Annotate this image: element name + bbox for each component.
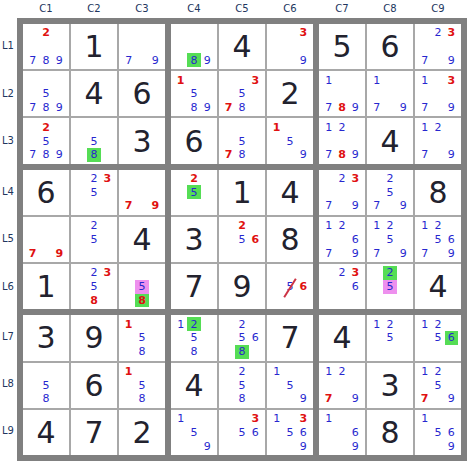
cell-L9C7[interactable]: 169 <box>319 410 365 455</box>
cell-L5C7[interactable]: 12679 <box>319 217 365 262</box>
cell-L3C1[interactable]: 25789 <box>23 118 69 163</box>
empty-candidate-slot <box>39 365 52 379</box>
solved-digit: 1 <box>219 170 265 215</box>
candidate-8: 8 <box>335 148 348 162</box>
empty-candidate-slot <box>87 246 100 260</box>
cell-L8C5[interactable]: 258 <box>219 363 265 408</box>
cell-L4C6[interactable]: 4 <box>267 170 313 215</box>
empty-candidate-slot <box>249 134 262 148</box>
cell-L3C7[interactable]: 12789 <box>319 118 365 163</box>
candidate-6: 6 <box>445 426 458 440</box>
candidate-5: 5 <box>235 134 248 148</box>
empty-candidate-slot <box>74 172 87 186</box>
cell-L1C7[interactable]: 5 <box>319 24 365 69</box>
empty-candidate-slot <box>397 185 410 199</box>
candidate-9: 9 <box>397 246 410 260</box>
empty-candidate-slot <box>270 148 283 162</box>
cell-L7C5[interactable]: 2568 <box>219 315 265 360</box>
empty-candidate-slot <box>322 439 335 453</box>
empty-candidate-slot <box>174 185 187 199</box>
candidate-5: 5 <box>235 87 248 101</box>
cell-L8C4[interactable]: 4 <box>171 363 217 408</box>
candidate-grid: 79 <box>119 24 165 69</box>
cell-L9C6[interactable]: 13569 <box>267 410 313 455</box>
candidate-6: 6 <box>249 331 262 345</box>
candidate-9: 9 <box>201 101 214 115</box>
empty-candidate-slot <box>283 40 296 54</box>
candidate-9: 9 <box>149 199 162 213</box>
cell-L2C2[interactable]: 4 <box>71 71 117 116</box>
cell-L2C9[interactable]: 1379 <box>415 71 461 116</box>
cell-L6C2[interactable]: 2358 <box>71 264 117 309</box>
cell-L7C8[interactable]: 125 <box>367 315 413 360</box>
candidate-9: 9 <box>297 392 310 406</box>
candidate-8: 8 <box>135 294 148 308</box>
candidate-2: 2 <box>431 317 444 331</box>
empty-candidate-slot <box>249 392 262 406</box>
box-4: 623579792541235858 <box>23 170 165 310</box>
cell-L5C4[interactable]: 3 <box>171 217 217 262</box>
cell-L7C9[interactable]: 1256 <box>415 315 461 360</box>
cell-L1C9[interactable]: 2379 <box>415 24 461 69</box>
solved-digit: 8 <box>267 217 313 262</box>
empty-candidate-slot <box>149 40 162 54</box>
cell-L6C9[interactable]: 4 <box>415 264 461 309</box>
empty-candidate-slot <box>349 120 362 134</box>
candidate-9: 9 <box>445 101 458 115</box>
empty-candidate-slot <box>249 101 262 115</box>
empty-candidate-slot <box>101 134 114 148</box>
cell-L4C7[interactable]: 2379 <box>319 170 365 215</box>
cell-L1C1[interactable]: 2789 <box>23 24 69 69</box>
cell-L5C6[interactable]: 8 <box>267 217 313 262</box>
empty-candidate-slot <box>322 185 335 199</box>
row-label-L3: L3 <box>0 134 16 148</box>
candidate-grid: 25 <box>71 217 117 262</box>
solved-digit: 4 <box>219 24 265 69</box>
cell-L6C1[interactable]: 1 <box>23 264 69 309</box>
cell-L1C4[interactable]: 89 <box>171 24 217 69</box>
candidate-9: 9 <box>445 53 458 67</box>
empty-candidate-slot <box>149 345 162 359</box>
cell-L7C2[interactable]: 9 <box>71 315 117 360</box>
empty-candidate-slot <box>122 40 135 54</box>
empty-candidate-slot <box>335 392 348 406</box>
empty-candidate-slot <box>283 148 296 162</box>
cell-L6C8[interactable]: 25 <box>367 264 413 309</box>
candidate-8: 8 <box>235 101 248 115</box>
empty-candidate-slot <box>135 317 148 331</box>
empty-candidate-slot <box>187 199 200 213</box>
cell-L7C3[interactable]: 158 <box>119 315 165 360</box>
empty-candidate-slot <box>222 73 235 87</box>
empty-candidate-slot <box>431 40 444 54</box>
row-label-L2: L2 <box>0 87 16 101</box>
candidate-2: 2 <box>383 266 396 280</box>
cell-L8C2[interactable]: 6 <box>71 363 117 408</box>
candidate-grid: 578 <box>219 118 265 163</box>
empty-candidate-slot <box>174 53 187 67</box>
candidate-7: 7 <box>222 101 235 115</box>
column-label-C3: C3 <box>128 2 156 16</box>
empty-candidate-slot <box>349 412 362 426</box>
empty-candidate-slot <box>370 185 383 199</box>
candidate-7: 7 <box>322 392 335 406</box>
candidate-grid: 179 <box>367 71 413 116</box>
empty-candidate-slot <box>297 378 310 392</box>
empty-candidate-slot <box>270 426 283 440</box>
candidate-2: 2 <box>383 317 396 331</box>
solved-digit: 4 <box>367 118 413 163</box>
empty-candidate-slot <box>26 87 39 101</box>
cell-L3C2[interactable]: 58 <box>71 118 117 163</box>
empty-candidate-slot <box>249 87 262 101</box>
candidate-grid: 12579 <box>367 217 413 262</box>
candidate-2: 2 <box>431 26 444 40</box>
empty-candidate-slot <box>335 134 348 148</box>
candidate-9: 9 <box>445 439 458 453</box>
candidate-5: 5 <box>383 331 396 345</box>
candidate-grid: 12679 <box>319 217 365 262</box>
empty-candidate-slot <box>122 266 135 280</box>
empty-candidate-slot <box>74 294 87 308</box>
row-label-L1: L1 <box>0 39 16 53</box>
empty-candidate-slot <box>149 26 162 40</box>
empty-candidate-slot <box>53 40 66 54</box>
empty-candidate-slot <box>53 392 66 406</box>
cell-L1C5[interactable]: 4 <box>219 24 265 69</box>
empty-candidate-slot <box>87 120 100 134</box>
solved-digit: 3 <box>367 363 413 408</box>
empty-candidate-slot <box>270 26 283 40</box>
empty-candidate-slot <box>418 378 431 392</box>
empty-candidate-slot <box>222 365 235 379</box>
candidate-5: 5 <box>283 134 296 148</box>
cell-L6C4[interactable]: 7 <box>171 264 217 309</box>
empty-candidate-slot <box>249 439 262 453</box>
candidate-grid: 3578 <box>219 71 265 116</box>
candidate-grid: 1379 <box>415 71 461 116</box>
candidate-2: 2 <box>235 317 248 331</box>
candidate-5: 5 <box>39 134 52 148</box>
candidate-6: 6 <box>249 426 262 440</box>
candidate-3: 3 <box>349 266 362 280</box>
empty-candidate-slot <box>349 87 362 101</box>
cell-L1C8[interactable]: 6 <box>367 24 413 69</box>
cell-L8C7[interactable]: 1279 <box>319 363 365 408</box>
candidate-8: 8 <box>235 345 248 359</box>
cell-L9C1[interactable]: 4 <box>23 410 69 455</box>
candidate-grid: 79 <box>119 170 165 215</box>
empty-candidate-slot <box>335 73 348 87</box>
cell-L7C1[interactable]: 3 <box>23 315 69 360</box>
empty-candidate-slot <box>222 134 235 148</box>
empty-candidate-slot <box>174 40 187 54</box>
candidate-1: 1 <box>418 365 431 379</box>
solved-digit: 3 <box>119 118 165 163</box>
empty-candidate-slot <box>235 246 248 260</box>
empty-candidate-slot <box>418 26 431 40</box>
solved-digit: 6 <box>71 363 117 408</box>
empty-candidate-slot <box>235 439 248 453</box>
cell-L9C2[interactable]: 7 <box>71 410 117 455</box>
empty-candidate-slot <box>431 134 444 148</box>
empty-candidate-slot <box>135 172 148 186</box>
solved-digit: 2 <box>267 71 313 116</box>
empty-candidate-slot <box>74 233 87 247</box>
cell-L4C1[interactable]: 6 <box>23 170 69 215</box>
candidate-9: 9 <box>397 199 410 213</box>
cell-L6C6[interactable]: 56 <box>267 264 313 309</box>
candidate-5: 5 <box>135 331 148 345</box>
candidate-9: 9 <box>201 53 214 67</box>
empty-candidate-slot <box>201 172 214 186</box>
candidate-8: 8 <box>39 53 52 67</box>
candidate-1: 1 <box>418 73 431 87</box>
empty-candidate-slot <box>335 378 348 392</box>
candidate-7: 7 <box>26 148 39 162</box>
box-2: 894391589357826578159 <box>171 24 313 164</box>
cell-L3C5[interactable]: 578 <box>219 118 265 163</box>
cell-L1C2[interactable]: 1 <box>71 24 117 69</box>
solved-digit: 5 <box>319 24 365 69</box>
candidate-grid: 256 <box>219 217 265 262</box>
solved-digit: 7 <box>71 410 117 455</box>
cell-L8C3[interactable]: 158 <box>119 363 165 408</box>
candidate-grid: 2568 <box>219 315 265 360</box>
empty-candidate-slot <box>397 266 410 280</box>
empty-candidate-slot <box>53 120 66 134</box>
cell-L2C8[interactable]: 179 <box>367 71 413 116</box>
candidate-5: 5 <box>235 331 248 345</box>
cell-L7C7[interactable]: 4 <box>319 315 365 360</box>
cell-L7C4[interactable]: 1258 <box>171 315 217 360</box>
candidate-grid: 2379 <box>415 24 461 69</box>
candidate-grid: 125679 <box>415 217 461 262</box>
candidate-1: 1 <box>370 219 383 233</box>
cell-L8C9[interactable]: 12579 <box>415 363 461 408</box>
cell-L9C4[interactable]: 159 <box>171 410 217 455</box>
candidate-5: 5 <box>39 87 52 101</box>
cell-L8C6[interactable]: 159 <box>267 363 313 408</box>
cell-L9C9[interactable]: 1569 <box>415 410 461 455</box>
cell-L5C8[interactable]: 12579 <box>367 217 413 262</box>
empty-candidate-slot <box>445 345 458 359</box>
candidate-5: 5 <box>187 426 200 440</box>
empty-candidate-slot <box>201 199 214 213</box>
candidate-1: 1 <box>418 120 431 134</box>
cell-L5C2[interactable]: 25 <box>71 217 117 262</box>
cell-L1C6[interactable]: 39 <box>267 24 313 69</box>
candidate-1: 1 <box>370 73 383 87</box>
empty-candidate-slot <box>418 40 431 54</box>
candidate-7: 7 <box>418 246 431 260</box>
empty-candidate-slot <box>383 246 396 260</box>
cell-L3C6[interactable]: 159 <box>267 118 313 163</box>
cell-L7C6[interactable]: 7 <box>267 315 313 360</box>
candidate-8: 8 <box>335 101 348 115</box>
empty-candidate-slot <box>122 280 135 294</box>
empty-candidate-slot <box>431 101 444 115</box>
candidate-7: 7 <box>370 246 383 260</box>
empty-candidate-slot <box>349 378 362 392</box>
cell-L9C3[interactable]: 2 <box>119 410 165 455</box>
candidate-5: 5 <box>383 233 396 247</box>
candidate-grid: 12579 <box>415 363 461 408</box>
cell-L2C4[interactable]: 1589 <box>171 71 217 116</box>
empty-candidate-slot <box>39 219 52 233</box>
cell-L2C1[interactable]: 5789 <box>23 71 69 116</box>
candidate-grid: 12789 <box>319 118 365 163</box>
candidate-grid: 39 <box>267 24 313 69</box>
candidate-grid: 236 <box>319 264 365 309</box>
cell-L5C3[interactable]: 4 <box>119 217 165 262</box>
empty-candidate-slot <box>135 26 148 40</box>
cell-L8C8[interactable]: 3 <box>367 363 413 408</box>
candidate-1: 1 <box>322 73 335 87</box>
candidate-3: 3 <box>249 73 262 87</box>
cell-L4C3[interactable]: 79 <box>119 170 165 215</box>
candidate-grid: 56 <box>267 264 313 309</box>
empty-candidate-slot <box>397 280 410 294</box>
cell-L8C1[interactable]: 58 <box>23 363 69 408</box>
candidate-2: 2 <box>235 365 248 379</box>
candidate-3: 3 <box>349 172 362 186</box>
cell-L3C4[interactable]: 6 <box>171 118 217 163</box>
candidate-5: 5 <box>383 185 396 199</box>
candidate-8: 8 <box>187 53 200 67</box>
cell-L2C5[interactable]: 3578 <box>219 71 265 116</box>
empty-candidate-slot <box>349 294 362 308</box>
candidate-grid: 1258 <box>171 315 217 360</box>
candidate-1: 1 <box>270 120 283 134</box>
candidate-grid: 159 <box>171 410 217 455</box>
empty-candidate-slot <box>270 439 283 453</box>
empty-candidate-slot <box>26 40 39 54</box>
empty-candidate-slot <box>370 87 383 101</box>
candidate-8: 8 <box>135 345 148 359</box>
empty-candidate-slot <box>235 412 248 426</box>
candidate-7: 7 <box>122 53 135 67</box>
candidate-8: 8 <box>187 101 200 115</box>
candidate-5: 5 <box>235 426 248 440</box>
cell-L4C2[interactable]: 235 <box>71 170 117 215</box>
candidate-2: 2 <box>335 172 348 186</box>
candidate-9: 9 <box>349 199 362 213</box>
box-3: 562379178917913791278941279 <box>319 24 461 164</box>
cell-L4C8[interactable]: 2579 <box>367 170 413 215</box>
empty-candidate-slot <box>383 294 396 308</box>
empty-candidate-slot <box>201 40 214 54</box>
empty-candidate-slot <box>222 392 235 406</box>
cell-L3C8[interactable]: 4 <box>367 118 413 163</box>
candidate-5: 5 <box>283 280 296 294</box>
empty-candidate-slot <box>122 392 135 406</box>
empty-candidate-slot <box>270 280 283 294</box>
cell-L5C9[interactable]: 125679 <box>415 217 461 262</box>
candidate-grid: 25 <box>171 170 217 215</box>
solved-digit: 4 <box>267 170 313 215</box>
cell-L4C5[interactable]: 1 <box>219 170 265 215</box>
column-label-C1: C1 <box>32 2 60 16</box>
empty-candidate-slot <box>187 439 200 453</box>
empty-candidate-slot <box>431 345 444 359</box>
candidate-6: 6 <box>445 233 458 247</box>
cell-L9C5[interactable]: 356 <box>219 410 265 455</box>
candidate-9: 9 <box>201 439 214 453</box>
candidate-6: 6 <box>349 233 362 247</box>
candidate-1: 1 <box>418 219 431 233</box>
candidate-grid: 2358 <box>71 264 117 309</box>
empty-candidate-slot <box>87 199 100 213</box>
candidate-7: 7 <box>122 199 135 213</box>
empty-candidate-slot <box>135 40 148 54</box>
empty-candidate-slot <box>397 317 410 331</box>
empty-candidate-slot <box>26 73 39 87</box>
cell-L6C7[interactable]: 236 <box>319 264 365 309</box>
empty-candidate-slot <box>270 134 283 148</box>
cell-L5C5[interactable]: 256 <box>219 217 265 262</box>
cell-L2C7[interactable]: 1789 <box>319 71 365 116</box>
cell-L4C9[interactable]: 8 <box>415 170 461 215</box>
candidate-9: 9 <box>445 148 458 162</box>
empty-candidate-slot <box>26 219 39 233</box>
empty-candidate-slot <box>397 294 410 308</box>
cell-L6C5[interactable]: 9 <box>219 264 265 309</box>
cell-L5C1[interactable]: 79 <box>23 217 69 262</box>
candidate-2: 2 <box>383 219 396 233</box>
cell-L3C9[interactable]: 1279 <box>415 118 461 163</box>
candidate-2: 2 <box>335 120 348 134</box>
cell-L9C8[interactable]: 8 <box>367 410 413 455</box>
empty-candidate-slot <box>174 439 187 453</box>
candidate-8: 8 <box>39 101 52 115</box>
row-label-L9: L9 <box>0 424 16 438</box>
cell-L3C3[interactable]: 3 <box>119 118 165 163</box>
empty-candidate-slot <box>431 412 444 426</box>
solved-digit: 1 <box>71 24 117 69</box>
candidate-1: 1 <box>174 73 187 87</box>
candidate-grid: 159 <box>267 363 313 408</box>
cell-L2C6[interactable]: 2 <box>267 71 313 116</box>
empty-candidate-slot <box>74 185 87 199</box>
empty-candidate-slot <box>222 120 235 134</box>
empty-candidate-slot <box>122 26 135 40</box>
candidate-2: 2 <box>335 266 348 280</box>
candidate-7: 7 <box>370 199 383 213</box>
solved-digit: 8 <box>415 170 461 215</box>
candidate-2: 2 <box>383 172 396 186</box>
candidate-grid: 25789 <box>23 118 69 163</box>
empty-candidate-slot <box>335 294 348 308</box>
cell-L1C3[interactable]: 79 <box>119 24 165 69</box>
box-9: 41251256127931257916981569 <box>319 315 461 455</box>
cell-L2C3[interactable]: 6 <box>119 71 165 116</box>
empty-candidate-slot <box>297 266 310 280</box>
box-5: 2514325687956 <box>171 170 313 310</box>
candidate-9: 9 <box>53 148 66 162</box>
empty-candidate-slot <box>26 392 39 406</box>
empty-candidate-slot <box>249 378 262 392</box>
candidate-grid: 2379 <box>319 170 365 215</box>
cell-L6C3[interactable]: 58 <box>119 264 165 309</box>
cell-L4C4[interactable]: 25 <box>171 170 217 215</box>
empty-candidate-slot <box>74 134 87 148</box>
candidate-grid: 158 <box>119 315 165 360</box>
empty-candidate-slot <box>322 266 335 280</box>
candidate-7: 7 <box>26 101 39 115</box>
empty-candidate-slot <box>322 134 335 148</box>
